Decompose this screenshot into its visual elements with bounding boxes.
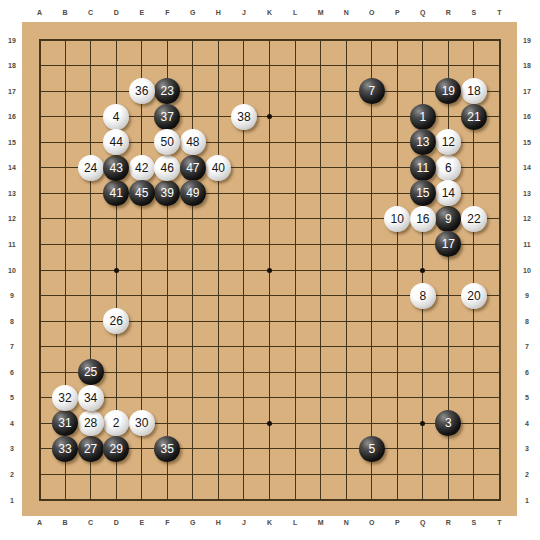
column-label: B <box>55 8 75 17</box>
row-label: 4 <box>520 419 534 428</box>
stone-white[interactable]: 8 <box>410 283 436 309</box>
row-label: 2 <box>520 470 534 479</box>
star-point <box>420 268 425 273</box>
column-label: D <box>106 8 126 17</box>
grid-line <box>40 474 500 475</box>
stone-white[interactable]: 20 <box>461 283 487 309</box>
row-label: 11 <box>520 240 534 249</box>
stone-black[interactable]: 43 <box>103 155 129 181</box>
column-label: E <box>132 8 152 17</box>
column-label: T <box>490 8 510 17</box>
row-label: 17 <box>5 87 19 96</box>
row-label: 8 <box>5 317 19 326</box>
row-label: 8 <box>520 317 534 326</box>
row-label: 10 <box>5 266 19 275</box>
row-label: 13 <box>5 189 19 198</box>
column-label: H <box>208 8 228 17</box>
column-label: R <box>438 518 458 527</box>
column-label: S <box>464 518 484 527</box>
stone-white[interactable]: 48 <box>180 129 206 155</box>
stone-white[interactable]: 28 <box>78 410 104 436</box>
column-label: Q <box>413 518 433 527</box>
row-label: 7 <box>5 342 19 351</box>
column-label: B <box>55 518 75 527</box>
go-board-diagram: 1234567891011121314151617181920212223242… <box>0 0 540 540</box>
column-label: K <box>260 518 280 527</box>
column-label: G <box>183 8 203 17</box>
stone-white[interactable]: 32 <box>52 385 78 411</box>
row-label: 13 <box>520 189 534 198</box>
row-label: 14 <box>5 163 19 172</box>
stone-black[interactable]: 37 <box>154 104 180 130</box>
row-label: 7 <box>520 342 534 351</box>
row-label: 3 <box>520 444 534 453</box>
grid-line <box>320 40 321 500</box>
stone-white[interactable]: 46 <box>154 155 180 181</box>
row-label: 4 <box>5 419 19 428</box>
stone-black[interactable]: 21 <box>461 104 487 130</box>
stone-black[interactable]: 15 <box>410 180 436 206</box>
column-label: Q <box>413 8 433 17</box>
row-label: 16 <box>5 112 19 121</box>
stone-white[interactable]: 30 <box>129 410 155 436</box>
column-label: N <box>336 8 356 17</box>
grid-line <box>397 40 398 500</box>
stone-black[interactable]: 45 <box>129 180 155 206</box>
row-label: 17 <box>520 87 534 96</box>
stone-black[interactable]: 29 <box>103 436 129 462</box>
column-label: F <box>157 518 177 527</box>
row-label: 12 <box>520 214 534 223</box>
row-label: 2 <box>5 470 19 479</box>
stone-black[interactable]: 47 <box>180 155 206 181</box>
column-label: S <box>464 8 484 17</box>
stone-black[interactable]: 49 <box>180 180 206 206</box>
stone-white[interactable]: 24 <box>78 155 104 181</box>
column-label: J <box>234 518 254 527</box>
grid-line <box>371 40 372 500</box>
row-label: 6 <box>5 368 19 377</box>
row-label: 19 <box>5 36 19 45</box>
row-label: 18 <box>520 61 534 70</box>
star-point <box>267 268 272 273</box>
row-label: 18 <box>5 61 19 70</box>
stone-white[interactable]: 16 <box>410 206 436 232</box>
stone-white[interactable]: 38 <box>231 104 257 130</box>
column-label: N <box>336 518 356 527</box>
column-label: A <box>30 518 50 527</box>
column-label: D <box>106 518 126 527</box>
row-label: 15 <box>5 138 19 147</box>
grid-line <box>40 397 500 398</box>
column-label: L <box>285 8 305 17</box>
row-label: 9 <box>5 291 19 300</box>
grid-line <box>40 372 500 373</box>
column-label: M <box>311 8 331 17</box>
stone-white[interactable]: 40 <box>205 155 231 181</box>
grid-line <box>40 346 500 347</box>
column-label: J <box>234 8 254 17</box>
stone-white[interactable]: 4 <box>103 104 129 130</box>
column-label: G <box>183 518 203 527</box>
stone-black[interactable]: 35 <box>154 436 180 462</box>
row-label: 6 <box>520 368 534 377</box>
column-label: C <box>81 518 101 527</box>
column-label: E <box>132 518 152 527</box>
stone-white[interactable]: 10 <box>384 206 410 232</box>
row-label: 15 <box>520 138 534 147</box>
stone-white[interactable]: 34 <box>78 385 104 411</box>
row-label: 5 <box>520 393 534 402</box>
column-label: T <box>490 518 510 527</box>
stone-black[interactable]: 7 <box>359 78 385 104</box>
row-label: 5 <box>5 393 19 402</box>
row-label: 16 <box>520 112 534 121</box>
stone-black[interactable]: 13 <box>410 129 436 155</box>
column-label: H <box>208 518 228 527</box>
row-label: 9 <box>520 291 534 300</box>
stone-black[interactable]: 1 <box>410 104 436 130</box>
stone-white[interactable]: 36 <box>129 78 155 104</box>
column-label: C <box>81 8 101 17</box>
stone-black[interactable]: 33 <box>52 436 78 462</box>
row-label: 1 <box>520 496 534 505</box>
column-label: O <box>362 8 382 17</box>
column-label: P <box>387 8 407 17</box>
goban[interactable]: 1234567891011121314151617181920212223242… <box>22 22 517 516</box>
row-label: 19 <box>520 36 534 45</box>
stone-black[interactable]: 27 <box>78 436 104 462</box>
stone-black[interactable]: 25 <box>78 359 104 385</box>
stone-white[interactable]: 42 <box>129 155 155 181</box>
row-label: 11 <box>5 240 19 249</box>
row-label: 12 <box>5 214 19 223</box>
column-label: A <box>30 8 50 17</box>
row-label: 3 <box>5 444 19 453</box>
column-label: M <box>311 518 331 527</box>
column-label: L <box>285 518 305 527</box>
row-label: 1 <box>5 496 19 505</box>
column-label: R <box>438 8 458 17</box>
star-point <box>114 268 119 273</box>
stone-black[interactable]: 11 <box>410 155 436 181</box>
stone-white[interactable]: 6 <box>435 155 461 181</box>
stone-black[interactable]: 5 <box>359 436 385 462</box>
row-label: 10 <box>520 266 534 275</box>
column-label: O <box>362 518 382 527</box>
star-point <box>267 421 272 426</box>
column-label: F <box>157 8 177 17</box>
stone-white[interactable]: 18 <box>461 78 487 104</box>
grid-line <box>295 40 296 500</box>
column-label: P <box>387 518 407 527</box>
column-label: K <box>260 8 280 17</box>
grid-line <box>346 40 347 500</box>
stone-white[interactable]: 22 <box>461 206 487 232</box>
row-label: 14 <box>520 163 534 172</box>
